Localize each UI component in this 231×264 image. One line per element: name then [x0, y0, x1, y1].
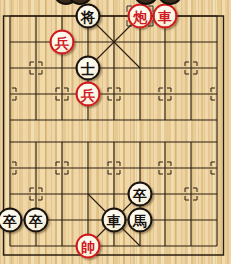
piece-red-soldier[interactable]: 兵 — [76, 82, 101, 107]
piece-black-soldier[interactable]: 卒 — [128, 182, 153, 207]
piece-black-horse[interactable]: 馬 — [128, 208, 153, 233]
piece-black-general[interactable]: 将 — [76, 4, 101, 29]
piece-red-cannon[interactable]: 炮 — [128, 4, 153, 29]
piece-black-soldier[interactable]: 卒 — [24, 208, 49, 233]
piece-red-chariot[interactable]: 車 — [153, 4, 178, 29]
piece-red-soldier[interactable]: 兵 — [50, 30, 75, 55]
piece-black-advisor[interactable]: 士 — [76, 56, 101, 81]
piece-red-general[interactable]: 帥 — [76, 234, 101, 259]
piece-black-chariot[interactable]: 車 — [102, 208, 127, 233]
xiangqi-board[interactable]: 将炮車兵士兵卒卒卒車馬帥 — [0, 0, 231, 264]
